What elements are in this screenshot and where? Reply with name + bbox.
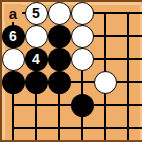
frame-highlight-top xyxy=(2,2,142,5)
point-label-a: a xyxy=(4,4,22,22)
white-stone xyxy=(48,2,71,25)
grid-line-vertical xyxy=(127,12,129,142)
black-stone-4: 4 xyxy=(25,48,48,71)
white-stone xyxy=(2,48,25,71)
frame-border-bottom xyxy=(0,140,142,142)
stone-number: 4 xyxy=(32,52,40,66)
white-stone xyxy=(71,2,94,25)
black-stone xyxy=(48,71,71,94)
black-stone xyxy=(48,25,71,48)
grid-line-horizontal xyxy=(12,127,142,129)
white-stone xyxy=(25,25,48,48)
black-stone xyxy=(48,48,71,71)
frame-border-top xyxy=(0,0,142,2)
white-stone xyxy=(94,71,117,94)
black-stone xyxy=(25,71,48,94)
white-stone xyxy=(71,25,94,48)
black-stone xyxy=(71,94,94,117)
frame-highlight-left xyxy=(2,2,5,142)
black-stone-6: 6 xyxy=(2,25,25,48)
frame-highlight-right xyxy=(140,2,142,142)
go-board-diagram: a564 xyxy=(0,0,142,142)
stone-number: 5 xyxy=(32,6,40,20)
stone-number: 6 xyxy=(9,29,17,43)
white-stone-5: 5 xyxy=(25,2,48,25)
frame-border-left xyxy=(0,0,2,142)
black-stone xyxy=(2,71,25,94)
white-stone xyxy=(71,48,94,71)
